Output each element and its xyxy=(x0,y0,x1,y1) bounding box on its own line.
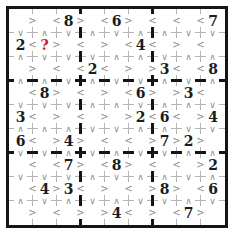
down-inequality-icon: ∨ xyxy=(86,52,99,62)
down-inequality-icon: ∨ xyxy=(110,124,123,134)
greater-than-icon: > xyxy=(99,86,110,99)
greater-than-icon: > xyxy=(195,110,206,123)
up-inequality-icon: ∧ xyxy=(38,76,51,86)
greater-than-icon: > xyxy=(147,134,158,147)
less-than-icon: < xyxy=(99,158,110,171)
less-than-icon: < xyxy=(27,38,38,51)
less-than-icon: < xyxy=(147,38,158,51)
greater-than-icon: > xyxy=(99,206,110,219)
down-inequality-icon: ∨ xyxy=(62,76,75,86)
greater-than-icon: > xyxy=(27,14,38,27)
less-than-icon: < xyxy=(171,62,182,75)
greater-than-icon: > xyxy=(123,14,134,27)
less-than-icon: < xyxy=(195,86,206,99)
down-inequality-icon: ∨ xyxy=(206,100,219,110)
up-inequality-icon: ∧ xyxy=(86,76,99,86)
less-than-icon: < xyxy=(75,86,86,99)
less-than-icon: < xyxy=(51,158,62,171)
less-than-icon: < xyxy=(171,158,182,171)
up-inequality-icon: ∧ xyxy=(86,100,99,110)
up-inequality-icon: ∧ xyxy=(206,52,219,62)
down-inequality-icon: ∨ xyxy=(206,196,219,206)
less-than-icon: < xyxy=(27,182,38,195)
less-than-icon: < xyxy=(147,158,158,171)
up-inequality-icon: ∧ xyxy=(14,196,27,206)
down-inequality-icon: ∨ xyxy=(62,28,75,38)
down-inequality-icon: ∨ xyxy=(134,196,147,206)
less-than-icon: < xyxy=(75,182,86,195)
greater-than-icon: > xyxy=(171,38,182,51)
inequality-overlay: ><><><<<<><><<><><<<>><<<><><>><<><>><<>… xyxy=(9,9,225,225)
less-than-icon: < xyxy=(51,62,62,75)
up-inequality-icon: ∧ xyxy=(86,28,99,38)
down-inequality-icon: ∨ xyxy=(62,52,75,62)
greater-than-icon: > xyxy=(27,62,38,75)
down-inequality-icon: ∨ xyxy=(86,124,99,134)
greater-than-icon: > xyxy=(171,182,182,195)
down-inequality-icon: ∨ xyxy=(110,28,123,38)
up-inequality-icon: ∧ xyxy=(206,148,219,158)
up-inequality-icon: ∧ xyxy=(182,148,195,158)
up-inequality-icon: ∧ xyxy=(182,100,195,110)
greater-than-icon: > xyxy=(99,38,110,51)
less-than-icon: < xyxy=(75,38,86,51)
less-than-icon: < xyxy=(123,182,134,195)
greater-than-icon: > xyxy=(99,110,110,123)
greater-than-icon: > xyxy=(51,134,62,147)
down-inequality-icon: ∨ xyxy=(38,148,51,158)
up-inequality-icon: ∧ xyxy=(134,172,147,182)
less-than-icon: < xyxy=(195,62,206,75)
up-inequality-icon: ∧ xyxy=(182,196,195,206)
down-inequality-icon: ∨ xyxy=(14,172,27,182)
greater-than-icon: > xyxy=(99,182,110,195)
less-than-icon: < xyxy=(75,62,86,75)
up-inequality-icon: ∧ xyxy=(206,172,219,182)
down-inequality-icon: ∨ xyxy=(38,52,51,62)
down-inequality-icon: ∨ xyxy=(182,28,195,38)
up-inequality-icon: ∧ xyxy=(38,124,51,134)
greater-than-icon: > xyxy=(51,110,62,123)
less-than-icon: < xyxy=(27,110,38,123)
greater-than-icon: > xyxy=(75,206,86,219)
up-inequality-icon: ∧ xyxy=(110,52,123,62)
greater-than-icon: > xyxy=(51,38,62,51)
less-than-icon: < xyxy=(99,14,110,27)
up-inequality-icon: ∧ xyxy=(86,172,99,182)
up-inequality-icon: ∧ xyxy=(158,100,171,110)
greater-than-icon: > xyxy=(51,86,62,99)
less-than-icon: < xyxy=(99,134,110,147)
down-inequality-icon: ∨ xyxy=(206,124,219,134)
greater-than-icon: > xyxy=(27,206,38,219)
down-inequality-icon: ∨ xyxy=(14,28,27,38)
less-than-icon: < xyxy=(123,134,134,147)
down-inequality-icon: ∨ xyxy=(38,172,51,182)
up-inequality-icon: ∧ xyxy=(110,100,123,110)
down-inequality-icon: ∨ xyxy=(134,100,147,110)
up-inequality-icon: ∧ xyxy=(134,124,147,134)
greater-than-icon: > xyxy=(195,134,206,147)
down-inequality-icon: ∨ xyxy=(134,148,147,158)
less-than-icon: < xyxy=(27,134,38,147)
up-inequality-icon: ∧ xyxy=(62,148,75,158)
less-than-icon: < xyxy=(195,182,206,195)
up-inequality-icon: ∧ xyxy=(182,52,195,62)
less-than-icon: < xyxy=(171,110,182,123)
down-inequality-icon: ∨ xyxy=(182,124,195,134)
up-inequality-icon: ∧ xyxy=(206,76,219,86)
less-than-icon: < xyxy=(75,110,86,123)
greater-than-icon: > xyxy=(147,62,158,75)
less-than-icon: < xyxy=(27,158,38,171)
up-inequality-icon: ∧ xyxy=(110,148,123,158)
down-inequality-icon: ∨ xyxy=(134,76,147,86)
up-inequality-icon: ∧ xyxy=(158,172,171,182)
down-inequality-icon: ∨ xyxy=(14,148,27,158)
down-inequality-icon: ∨ xyxy=(182,76,195,86)
less-than-icon: < xyxy=(147,110,158,123)
down-inequality-icon: ∨ xyxy=(158,148,171,158)
less-than-icon: < xyxy=(195,14,206,27)
down-inequality-icon: ∨ xyxy=(86,148,99,158)
up-inequality-icon: ∧ xyxy=(134,52,147,62)
greater-than-icon: > xyxy=(171,134,182,147)
greater-than-icon: > xyxy=(75,14,86,27)
greater-than-icon: > xyxy=(123,110,134,123)
less-than-icon: < xyxy=(99,62,110,75)
less-than-icon: < xyxy=(51,14,62,27)
down-inequality-icon: ∨ xyxy=(14,100,27,110)
up-inequality-icon: ∧ xyxy=(110,196,123,206)
greater-than-icon: > xyxy=(195,206,206,219)
less-than-icon: < xyxy=(195,38,206,51)
less-than-icon: < xyxy=(123,206,134,219)
down-inequality-icon: ∨ xyxy=(110,76,123,86)
up-inequality-icon: ∧ xyxy=(62,196,75,206)
greater-than-icon: > xyxy=(195,158,206,171)
greater-than-icon: > xyxy=(123,62,134,75)
down-inequality-icon: ∨ xyxy=(62,100,75,110)
up-inequality-icon: ∧ xyxy=(158,28,171,38)
up-inequality-icon: ∧ xyxy=(14,124,27,134)
down-inequality-icon: ∨ xyxy=(206,28,219,38)
down-inequality-icon: ∨ xyxy=(38,196,51,206)
less-than-icon: < xyxy=(171,206,182,219)
greater-than-icon: > xyxy=(171,86,182,99)
down-inequality-icon: ∨ xyxy=(182,172,195,182)
less-than-icon: < xyxy=(123,86,134,99)
up-inequality-icon: ∧ xyxy=(158,76,171,86)
down-inequality-icon: ∨ xyxy=(38,100,51,110)
greater-than-icon: > xyxy=(123,158,134,171)
greater-than-icon: > xyxy=(147,182,158,195)
up-inequality-icon: ∧ xyxy=(158,124,171,134)
up-inequality-icon: ∧ xyxy=(134,28,147,38)
up-inequality-icon: ∧ xyxy=(14,76,27,86)
greater-than-icon: > xyxy=(147,206,158,219)
less-than-icon: < xyxy=(147,14,158,27)
up-inequality-icon: ∧ xyxy=(62,124,75,134)
down-inequality-icon: ∨ xyxy=(158,52,171,62)
less-than-icon: < xyxy=(171,14,182,27)
less-than-icon: < xyxy=(123,38,134,51)
up-inequality-icon: ∧ xyxy=(14,52,27,62)
greater-than-icon: > xyxy=(75,134,86,147)
down-inequality-icon: ∨ xyxy=(110,172,123,182)
sudoku-board: 8672?423886332646472782438647 ><><><<<<>… xyxy=(6,6,228,228)
greater-than-icon: > xyxy=(51,182,62,195)
down-inequality-icon: ∨ xyxy=(62,172,75,182)
greater-than-icon: > xyxy=(147,86,158,99)
greater-than-icon: > xyxy=(75,158,86,171)
down-inequality-icon: ∨ xyxy=(158,196,171,206)
up-inequality-icon: ∧ xyxy=(38,28,51,38)
down-inequality-icon: ∨ xyxy=(86,196,99,206)
less-than-icon: < xyxy=(27,86,38,99)
less-than-icon: < xyxy=(51,206,62,219)
